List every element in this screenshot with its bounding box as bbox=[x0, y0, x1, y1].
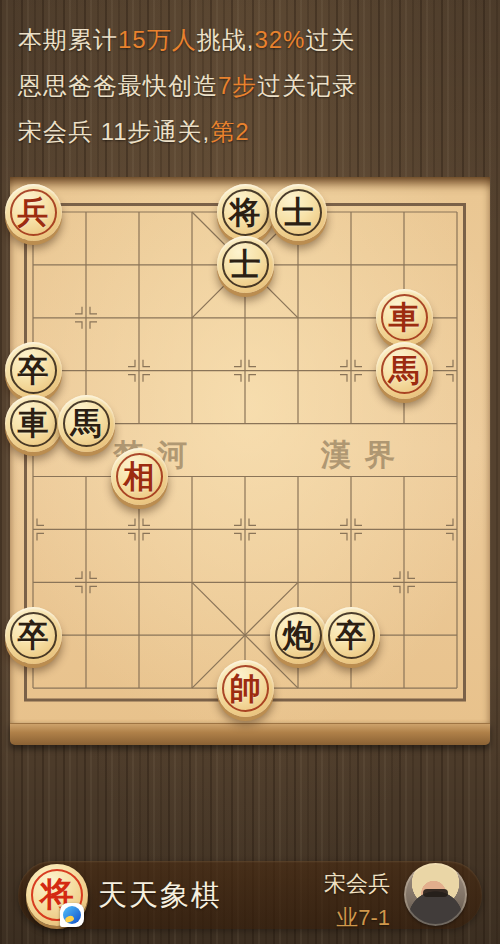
app-footer-bar: 将 天天象棋 宋会兵 业7-1 bbox=[18, 861, 482, 929]
piece-red-chariot[interactable]: 車 bbox=[376, 289, 433, 346]
piece-glyph: 相 bbox=[124, 461, 155, 492]
tencent-games-badge-icon bbox=[60, 903, 84, 927]
piece-red-general[interactable]: 帥 bbox=[217, 660, 274, 717]
piece-black-chariot[interactable]: 車 bbox=[5, 395, 62, 452]
stats-line-record: 恩思爸爸最快创造7步过关记录 bbox=[18, 63, 488, 109]
piece-glyph: 車 bbox=[389, 302, 420, 333]
piece-red-pawn[interactable]: 兵 bbox=[5, 184, 62, 241]
player-rank-badge: 业7-1 bbox=[324, 903, 390, 933]
player-info: 宋会兵 业7-1 bbox=[324, 869, 390, 933]
piece-red-horse[interactable]: 馬 bbox=[376, 342, 433, 399]
piece-glyph: 士 bbox=[230, 249, 261, 280]
xiangqi-board[interactable]: 楚河 漢界 兵将士士車卒馬車馬相卒炮卒帥 bbox=[10, 177, 490, 745]
challenge-stats-header: 本期累计15万人挑战,32%过关 恩思爸爸最快创造7步过关记录 宋会兵 11步通… bbox=[18, 17, 488, 155]
stats-line-player-result: 宋会兵 11步通关,第2 bbox=[18, 109, 488, 155]
piece-glyph: 卒 bbox=[18, 355, 49, 386]
piece-glyph: 兵 bbox=[18, 197, 49, 228]
piece-black-general[interactable]: 将 bbox=[217, 184, 274, 241]
piece-glyph: 将 bbox=[230, 197, 261, 228]
piece-glyph: 士 bbox=[283, 197, 314, 228]
piece-black-pawn[interactable]: 卒 bbox=[323, 607, 380, 664]
piece-glyph: 帥 bbox=[230, 673, 261, 704]
piece-black-pawn[interactable]: 卒 bbox=[5, 607, 62, 664]
piece-glyph: 馬 bbox=[389, 355, 420, 386]
tencent-swirl-icon bbox=[63, 906, 81, 924]
piece-glyph: 卒 bbox=[18, 620, 49, 651]
player-name: 宋会兵 bbox=[324, 869, 390, 899]
piece-glyph: 馬 bbox=[71, 408, 102, 439]
piece-black-cannon[interactable]: 炮 bbox=[270, 607, 327, 664]
piece-black-advisor[interactable]: 士 bbox=[217, 236, 274, 293]
piece-glyph: 卒 bbox=[336, 620, 367, 651]
app-title: 天天象棋 bbox=[98, 861, 222, 929]
piece-black-pawn[interactable]: 卒 bbox=[5, 342, 62, 399]
piece-layer: 兵将士士車卒馬車馬相卒炮卒帥 bbox=[7, 186, 484, 715]
piece-black-advisor[interactable]: 士 bbox=[270, 184, 327, 241]
stats-line-participants: 本期累计15万人挑战,32%过关 bbox=[18, 17, 488, 63]
board-edge bbox=[10, 723, 490, 745]
piece-glyph: 車 bbox=[18, 408, 49, 439]
piece-red-elephant[interactable]: 相 bbox=[111, 448, 168, 505]
piece-black-horse[interactable]: 馬 bbox=[58, 395, 115, 452]
player-avatar[interactable] bbox=[404, 863, 467, 926]
piece-glyph: 炮 bbox=[283, 620, 314, 651]
